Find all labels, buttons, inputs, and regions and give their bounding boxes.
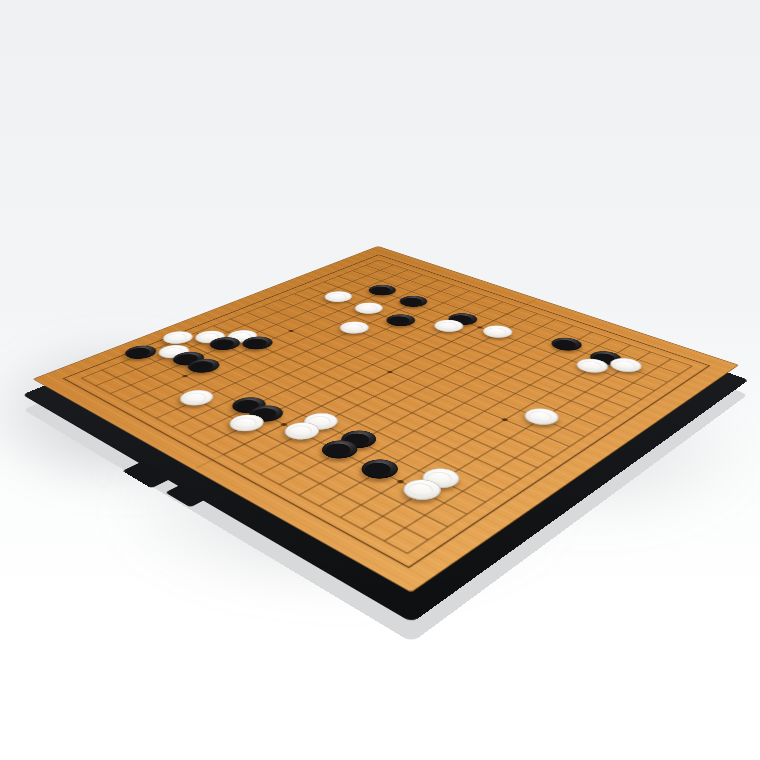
grid-line-horizontal bbox=[230, 319, 553, 457]
grid-line-vertical bbox=[319, 339, 611, 507]
grid-line-vertical bbox=[260, 320, 555, 475]
grid-line-horizontal bbox=[379, 260, 692, 366]
product-photo-stage: ○●○●○●●○○●●○○○○●○●○○●●●○●●○○○●●●○○ bbox=[0, 0, 760, 760]
grid-line-vertical bbox=[82, 260, 380, 378]
